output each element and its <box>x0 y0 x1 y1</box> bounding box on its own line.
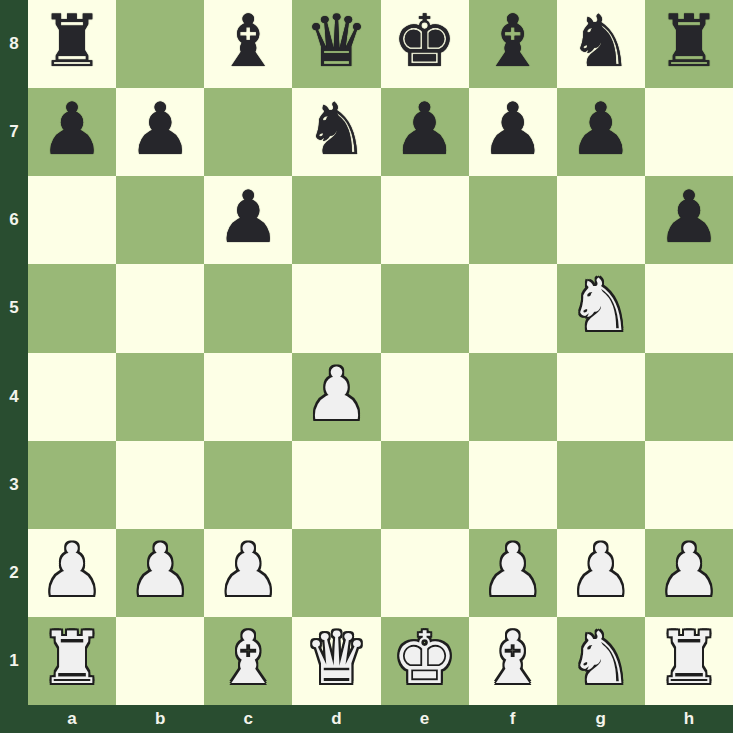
square-d2[interactable] <box>292 529 380 617</box>
rank-label-1: 1 <box>0 617 28 705</box>
piece-white-rook-h1[interactable]: ♜ <box>657 614 722 702</box>
square-e3[interactable] <box>381 441 469 529</box>
square-c4[interactable] <box>204 353 292 441</box>
square-a7[interactable]: ♟ <box>28 88 116 176</box>
square-f8[interactable]: ♝ <box>469 0 557 88</box>
piece-black-knight-d7[interactable]: ♞ <box>304 85 369 173</box>
piece-white-knight-g5[interactable]: ♞ <box>569 261 634 349</box>
rank-label-5: 5 <box>0 264 28 352</box>
piece-black-pawn-b7[interactable]: ♟ <box>128 85 193 173</box>
square-h3[interactable] <box>645 441 733 529</box>
square-b8[interactable] <box>116 0 204 88</box>
square-h5[interactable] <box>645 264 733 352</box>
rank-label-8: 8 <box>0 0 28 88</box>
piece-black-pawn-c6[interactable]: ♟ <box>216 173 281 261</box>
square-d6[interactable] <box>292 176 380 264</box>
square-c7[interactable] <box>204 88 292 176</box>
rank-label-4: 4 <box>0 353 28 441</box>
piece-black-bishop-c8[interactable]: ♝ <box>216 0 281 85</box>
piece-black-queen-d8[interactable]: ♛ <box>304 0 369 85</box>
square-c1[interactable]: ♝ <box>204 617 292 705</box>
file-label-g: g <box>557 705 645 733</box>
square-h7[interactable] <box>645 88 733 176</box>
square-g5[interactable]: ♞ <box>557 264 645 352</box>
square-c2[interactable]: ♟ <box>204 529 292 617</box>
square-h1[interactable]: ♜ <box>645 617 733 705</box>
file-label-c: c <box>204 705 292 733</box>
piece-white-pawn-a2[interactable]: ♟ <box>40 526 105 614</box>
square-b7[interactable]: ♟ <box>116 88 204 176</box>
square-c6[interactable]: ♟ <box>204 176 292 264</box>
piece-white-pawn-c2[interactable]: ♟ <box>216 526 281 614</box>
square-d5[interactable] <box>292 264 380 352</box>
piece-white-pawn-h2[interactable]: ♟ <box>657 526 722 614</box>
square-e6[interactable] <box>381 176 469 264</box>
piece-black-bishop-f8[interactable]: ♝ <box>480 0 545 85</box>
square-a1[interactable]: ♜ <box>28 617 116 705</box>
square-b4[interactable] <box>116 353 204 441</box>
square-e5[interactable] <box>381 264 469 352</box>
square-a6[interactable] <box>28 176 116 264</box>
square-g1[interactable]: ♞ <box>557 617 645 705</box>
piece-white-pawn-f2[interactable]: ♟ <box>480 526 545 614</box>
square-h2[interactable]: ♟ <box>645 529 733 617</box>
square-c3[interactable] <box>204 441 292 529</box>
square-a2[interactable]: ♟ <box>28 529 116 617</box>
square-g6[interactable] <box>557 176 645 264</box>
piece-white-king-e1[interactable]: ♚ <box>392 614 457 702</box>
file-label-b: b <box>116 705 204 733</box>
piece-white-queen-d1[interactable]: ♛ <box>304 614 369 702</box>
square-f7[interactable]: ♟ <box>469 88 557 176</box>
piece-white-rook-a1[interactable]: ♜ <box>40 614 105 702</box>
piece-black-pawn-g7[interactable]: ♟ <box>569 85 634 173</box>
square-e2[interactable] <box>381 529 469 617</box>
square-c8[interactable]: ♝ <box>204 0 292 88</box>
square-b3[interactable] <box>116 441 204 529</box>
file-label-f: f <box>469 705 557 733</box>
square-b1[interactable] <box>116 617 204 705</box>
piece-black-king-e8[interactable]: ♚ <box>392 0 457 85</box>
square-e4[interactable] <box>381 353 469 441</box>
square-b5[interactable] <box>116 264 204 352</box>
square-g8[interactable]: ♞ <box>557 0 645 88</box>
rank-label-3: 3 <box>0 441 28 529</box>
square-f2[interactable]: ♟ <box>469 529 557 617</box>
chess-board: 8♜♝♛♚♝♞♜7♟♟♞♟♟♟6♟♟5♞4♟32♟♟♟♟♟♟1♜♝♛♚♝♞♜ab… <box>0 0 733 733</box>
square-f4[interactable] <box>469 353 557 441</box>
square-e7[interactable]: ♟ <box>381 88 469 176</box>
piece-black-rook-h8[interactable]: ♜ <box>657 0 722 85</box>
piece-black-knight-g8[interactable]: ♞ <box>569 0 634 85</box>
file-label-e: e <box>381 705 469 733</box>
piece-white-bishop-c1[interactable]: ♝ <box>216 614 281 702</box>
square-f5[interactable] <box>469 264 557 352</box>
square-b6[interactable] <box>116 176 204 264</box>
piece-white-pawn-d4[interactable]: ♟ <box>304 350 369 438</box>
piece-black-pawn-a7[interactable]: ♟ <box>40 85 105 173</box>
square-f1[interactable]: ♝ <box>469 617 557 705</box>
square-g3[interactable] <box>557 441 645 529</box>
square-a5[interactable] <box>28 264 116 352</box>
square-f6[interactable] <box>469 176 557 264</box>
piece-black-rook-a8[interactable]: ♜ <box>40 0 105 85</box>
square-e1[interactable]: ♚ <box>381 617 469 705</box>
board-corner <box>0 705 28 733</box>
rank-label-2: 2 <box>0 529 28 617</box>
square-g7[interactable]: ♟ <box>557 88 645 176</box>
square-h6[interactable]: ♟ <box>645 176 733 264</box>
square-c5[interactable] <box>204 264 292 352</box>
rank-label-7: 7 <box>0 88 28 176</box>
rank-label-6: 6 <box>0 176 28 264</box>
square-b2[interactable]: ♟ <box>116 529 204 617</box>
square-d3[interactable] <box>292 441 380 529</box>
square-g2[interactable]: ♟ <box>557 529 645 617</box>
square-d7[interactable]: ♞ <box>292 88 380 176</box>
square-h8[interactable]: ♜ <box>645 0 733 88</box>
piece-white-pawn-b2[interactable]: ♟ <box>128 526 193 614</box>
piece-black-pawn-e7[interactable]: ♟ <box>392 85 457 173</box>
square-d8[interactable]: ♛ <box>292 0 380 88</box>
square-d4[interactable]: ♟ <box>292 353 380 441</box>
file-label-a: a <box>28 705 116 733</box>
piece-black-pawn-f7[interactable]: ♟ <box>480 85 545 173</box>
square-f3[interactable] <box>469 441 557 529</box>
piece-white-pawn-g2[interactable]: ♟ <box>569 526 634 614</box>
square-a3[interactable] <box>28 441 116 529</box>
piece-white-knight-g1[interactable]: ♞ <box>569 614 634 702</box>
square-e8[interactable]: ♚ <box>381 0 469 88</box>
file-label-d: d <box>292 705 380 733</box>
square-a8[interactable]: ♜ <box>28 0 116 88</box>
piece-black-pawn-h6[interactable]: ♟ <box>657 173 722 261</box>
file-label-h: h <box>645 705 733 733</box>
piece-white-bishop-f1[interactable]: ♝ <box>480 614 545 702</box>
square-d1[interactable]: ♛ <box>292 617 380 705</box>
square-h4[interactable] <box>645 353 733 441</box>
square-a4[interactable] <box>28 353 116 441</box>
square-g4[interactable] <box>557 353 645 441</box>
